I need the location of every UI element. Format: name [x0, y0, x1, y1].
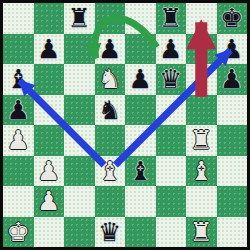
black-rook[interactable]: ♜ [159, 3, 182, 34]
square-a6[interactable]: ♝ [3, 64, 34, 95]
square-d4[interactable] [95, 125, 126, 156]
white-bishop[interactable]: ♝ [98, 156, 121, 187]
square-g7[interactable] [186, 34, 217, 65]
white-pawn[interactable]: ♟ [37, 186, 60, 217]
square-h5[interactable] [217, 95, 248, 126]
square-e8[interactable] [125, 3, 156, 34]
chess-diagram: ♜♜♚♟♟♟♟♝♞♟♛♟♟♞♟♜♟♝♝♝♟♚♛♜ [0, 0, 250, 250]
white-pawn[interactable]: ♟ [7, 125, 30, 156]
square-h2[interactable] [217, 186, 248, 217]
square-d5[interactable]: ♞ [95, 95, 126, 126]
square-a2[interactable] [3, 186, 34, 217]
square-b2[interactable]: ♟ [34, 186, 65, 217]
square-e4[interactable] [125, 125, 156, 156]
square-b1[interactable] [34, 217, 65, 248]
square-g5[interactable] [186, 95, 217, 126]
square-h4[interactable] [217, 125, 248, 156]
square-e2[interactable] [125, 186, 156, 217]
black-king[interactable]: ♚ [220, 3, 243, 34]
square-d3[interactable]: ♝ [95, 156, 126, 187]
square-b5[interactable] [34, 95, 65, 126]
black-bishop[interactable]: ♝ [129, 156, 152, 187]
square-g3[interactable]: ♝ [186, 156, 217, 187]
square-c5[interactable] [64, 95, 95, 126]
square-a5[interactable]: ♟ [3, 95, 34, 126]
square-c2[interactable] [64, 186, 95, 217]
square-f1[interactable] [156, 217, 187, 248]
square-e6[interactable]: ♟ [125, 64, 156, 95]
square-g2[interactable] [186, 186, 217, 217]
square-d8[interactable] [95, 3, 126, 34]
square-d2[interactable] [95, 186, 126, 217]
square-a8[interactable] [3, 3, 34, 34]
square-h8[interactable]: ♚ [217, 3, 248, 34]
black-knight[interactable]: ♞ [98, 95, 121, 126]
black-rook[interactable]: ♜ [68, 3, 91, 34]
square-e5[interactable] [125, 95, 156, 126]
square-c3[interactable] [64, 156, 95, 187]
square-b3[interactable]: ♟ [34, 156, 65, 187]
square-g4[interactable]: ♜ [186, 125, 217, 156]
square-f5[interactable] [156, 95, 187, 126]
white-bishop[interactable]: ♝ [190, 156, 213, 187]
black-pawn[interactable]: ♟ [98, 34, 121, 65]
square-d1[interactable]: ♛ [95, 217, 126, 248]
square-f8[interactable]: ♜ [156, 3, 187, 34]
square-c4[interactable] [64, 125, 95, 156]
white-pawn[interactable]: ♟ [37, 156, 60, 187]
square-f2[interactable] [156, 186, 187, 217]
black-queen[interactable]: ♛ [159, 64, 182, 95]
chess-board: ♜♜♚♟♟♟♟♝♞♟♛♟♟♞♟♜♟♝♝♝♟♚♛♜ [0, 0, 250, 250]
black-pawn[interactable]: ♟ [220, 64, 243, 95]
black-pawn[interactable]: ♟ [37, 34, 60, 65]
square-h3[interactable] [217, 156, 248, 187]
square-f7[interactable]: ♟ [156, 34, 187, 65]
black-bishop[interactable]: ♝ [7, 64, 30, 95]
square-b8[interactable] [34, 3, 65, 34]
square-e1[interactable] [125, 217, 156, 248]
square-f4[interactable] [156, 125, 187, 156]
square-d7[interactable]: ♟ [95, 34, 126, 65]
square-f3[interactable] [156, 156, 187, 187]
white-rook[interactable]: ♜ [190, 125, 213, 156]
square-b7[interactable]: ♟ [34, 34, 65, 65]
square-e3[interactable]: ♝ [125, 156, 156, 187]
black-pawn[interactable]: ♟ [129, 64, 152, 95]
square-c1[interactable] [64, 217, 95, 248]
square-b4[interactable] [34, 125, 65, 156]
black-pawn[interactable]: ♟ [7, 95, 30, 126]
square-a7[interactable] [3, 34, 34, 65]
square-c8[interactable]: ♜ [64, 3, 95, 34]
square-a3[interactable] [3, 156, 34, 187]
square-c7[interactable] [64, 34, 95, 65]
white-knight[interactable]: ♞ [98, 64, 121, 95]
square-d6[interactable]: ♞ [95, 64, 126, 95]
white-king[interactable]: ♚ [7, 217, 30, 248]
black-pawn[interactable]: ♟ [220, 34, 243, 65]
square-g6[interactable] [186, 64, 217, 95]
square-h1[interactable] [217, 217, 248, 248]
square-a1[interactable]: ♚ [3, 217, 34, 248]
square-a4[interactable]: ♟ [3, 125, 34, 156]
square-g8[interactable] [186, 3, 217, 34]
square-f6[interactable]: ♛ [156, 64, 187, 95]
black-pawn[interactable]: ♟ [159, 34, 182, 65]
black-queen[interactable]: ♛ [98, 217, 121, 248]
square-h7[interactable]: ♟ [217, 34, 248, 65]
square-g1[interactable]: ♜ [186, 217, 217, 248]
square-h6[interactable]: ♟ [217, 64, 248, 95]
square-c6[interactable] [64, 64, 95, 95]
square-b6[interactable] [34, 64, 65, 95]
white-rook[interactable]: ♜ [190, 217, 213, 248]
square-e7[interactable] [125, 34, 156, 65]
